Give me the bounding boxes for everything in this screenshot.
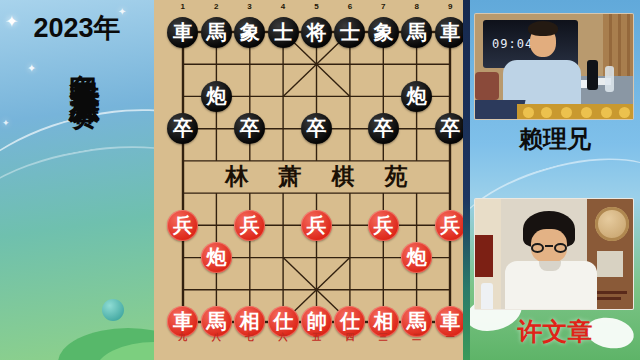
column-label: 7 — [367, 2, 400, 11]
column-label: 6 — [333, 2, 366, 11]
banner-xiangqi-piece — [595, 207, 629, 241]
top-column-labels: 123456789 — [166, 2, 467, 11]
piece-red-炮[interactable]: 炮 — [401, 242, 432, 273]
column-label: 5 — [300, 2, 333, 11]
table-xiangqi-board — [517, 104, 634, 120]
broadcast-frame: ✦ ✦ ✦ ✦ 2023年 象甲季后赛总决赛 — [0, 0, 640, 360]
piece-black-士[interactable]: 士 — [268, 17, 299, 48]
piece-black-将[interactable]: 将 — [301, 17, 332, 48]
piece-black-馬[interactable]: 馬 — [201, 17, 232, 48]
piece-black-象[interactable]: 象 — [368, 17, 399, 48]
chair — [475, 72, 499, 100]
piece-black-炮[interactable]: 炮 — [201, 81, 232, 112]
piece-red-兵[interactable]: 兵 — [301, 210, 332, 241]
piece-black-士[interactable]: 士 — [334, 17, 365, 48]
column-label: 三 — [367, 331, 400, 344]
panel-divider — [463, 0, 470, 360]
piece-black-車[interactable]: 車 — [167, 17, 198, 48]
player-top-hair — [528, 21, 558, 36]
piece-black-卒[interactable]: 卒 — [435, 113, 466, 144]
piece-black-卒[interactable]: 卒 — [234, 113, 265, 144]
column-label: 二 — [400, 331, 433, 344]
piece-red-兵[interactable]: 兵 — [435, 210, 466, 241]
column-label: 七 — [233, 331, 266, 344]
column-label: 8 — [400, 2, 433, 11]
piece-black-馬[interactable]: 馬 — [401, 17, 432, 48]
thermos-bottle — [587, 60, 598, 90]
piece-black-炮[interactable]: 炮 — [401, 81, 432, 112]
sparkle-icon: ✦ — [2, 118, 10, 128]
water-bottle — [605, 66, 614, 92]
piece-red-兵[interactable]: 兵 — [368, 210, 399, 241]
column-label: 3 — [233, 2, 266, 11]
piece-black-象[interactable]: 象 — [234, 17, 265, 48]
players-panel: 09:04:3 赖理兄 — [470, 0, 640, 360]
event-title-panel: ✦ ✦ ✦ ✦ 2023年 象甲季后赛总决赛 — [0, 0, 154, 360]
piece-grid: 車馬象士将士象馬車炮炮卒卒卒卒卒兵兵兵兵兵炮炮車馬相仕帥仕相馬車 — [166, 16, 467, 338]
piece-red-兵[interactable]: 兵 — [167, 210, 198, 241]
piece-black-卒[interactable]: 卒 — [301, 113, 332, 144]
piece-black-卒[interactable]: 卒 — [368, 113, 399, 144]
xiangqi-board[interactable]: 123456789 林萧棋苑 車馬象士将士象馬車炮炮卒卒卒卒卒兵兵兵兵兵炮炮車馬… — [154, 0, 463, 360]
column-label: 九 — [166, 331, 199, 344]
event-year: 2023年 — [0, 10, 154, 46]
piece-red-炮[interactable]: 炮 — [201, 242, 232, 273]
player-bottom-name: 许文章 — [470, 315, 640, 348]
player-top-name: 赖理兄 — [470, 123, 640, 155]
glasses-bridge — [545, 245, 553, 247]
piece-red-兵[interactable]: 兵 — [234, 210, 265, 241]
column-label: 八 — [199, 331, 232, 344]
banner-red-detail — [475, 235, 493, 277]
player-bottom-photo — [474, 198, 634, 310]
column-label: 2 — [199, 2, 232, 11]
banner-qr-code — [597, 251, 623, 277]
bottom-column-labels: 九八七六五四三二一 — [166, 331, 467, 344]
piece-black-車[interactable]: 車 — [435, 17, 466, 48]
column-label: 9 — [434, 2, 467, 11]
water-bottle — [481, 283, 493, 310]
column-label: 四 — [333, 331, 366, 344]
event-title-vertical: 象甲季后赛总决赛 — [61, 50, 107, 74]
sparkle-icon: ✦ — [27, 62, 36, 75]
column-label: 一 — [434, 331, 467, 344]
column-label: 五 — [300, 331, 333, 344]
ball-decor — [102, 299, 124, 321]
column-label: 1 — [166, 2, 199, 11]
piece-black-卒[interactable]: 卒 — [167, 113, 198, 144]
player-top-photo: 09:04:3 — [474, 13, 634, 120]
column-label: 4 — [266, 2, 299, 11]
column-label: 六 — [266, 331, 299, 344]
